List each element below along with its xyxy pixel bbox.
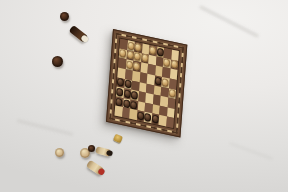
- scattered-dark-pawn-top[interactable]: [60, 12, 69, 21]
- scattered-light-piece-lying-red-felt[interactable]: [86, 160, 105, 176]
- scattered-dark-pawn-left[interactable]: [52, 56, 63, 67]
- felt-base: [80, 34, 89, 43]
- square-h8[interactable]: [166, 117, 174, 128]
- scattered-light-pawn[interactable]: [55, 148, 64, 157]
- marble-vein: [16, 119, 73, 136]
- brass-clasp: [113, 134, 123, 144]
- scattered-light-piece-lying[interactable]: [95, 146, 111, 157]
- felt-base: [106, 150, 112, 156]
- board-grid: [114, 39, 178, 128]
- photo-scene: [0, 0, 288, 192]
- marble-vein: [199, 5, 259, 38]
- scattered-black-pawn-head[interactable]: [88, 145, 95, 152]
- marble-vein: [229, 142, 273, 160]
- scattered-dark-piece-lying[interactable]: [69, 25, 89, 43]
- light-checker-h5[interactable]: [168, 89, 176, 98]
- felt-base: [97, 167, 105, 175]
- chess-board: [106, 29, 187, 138]
